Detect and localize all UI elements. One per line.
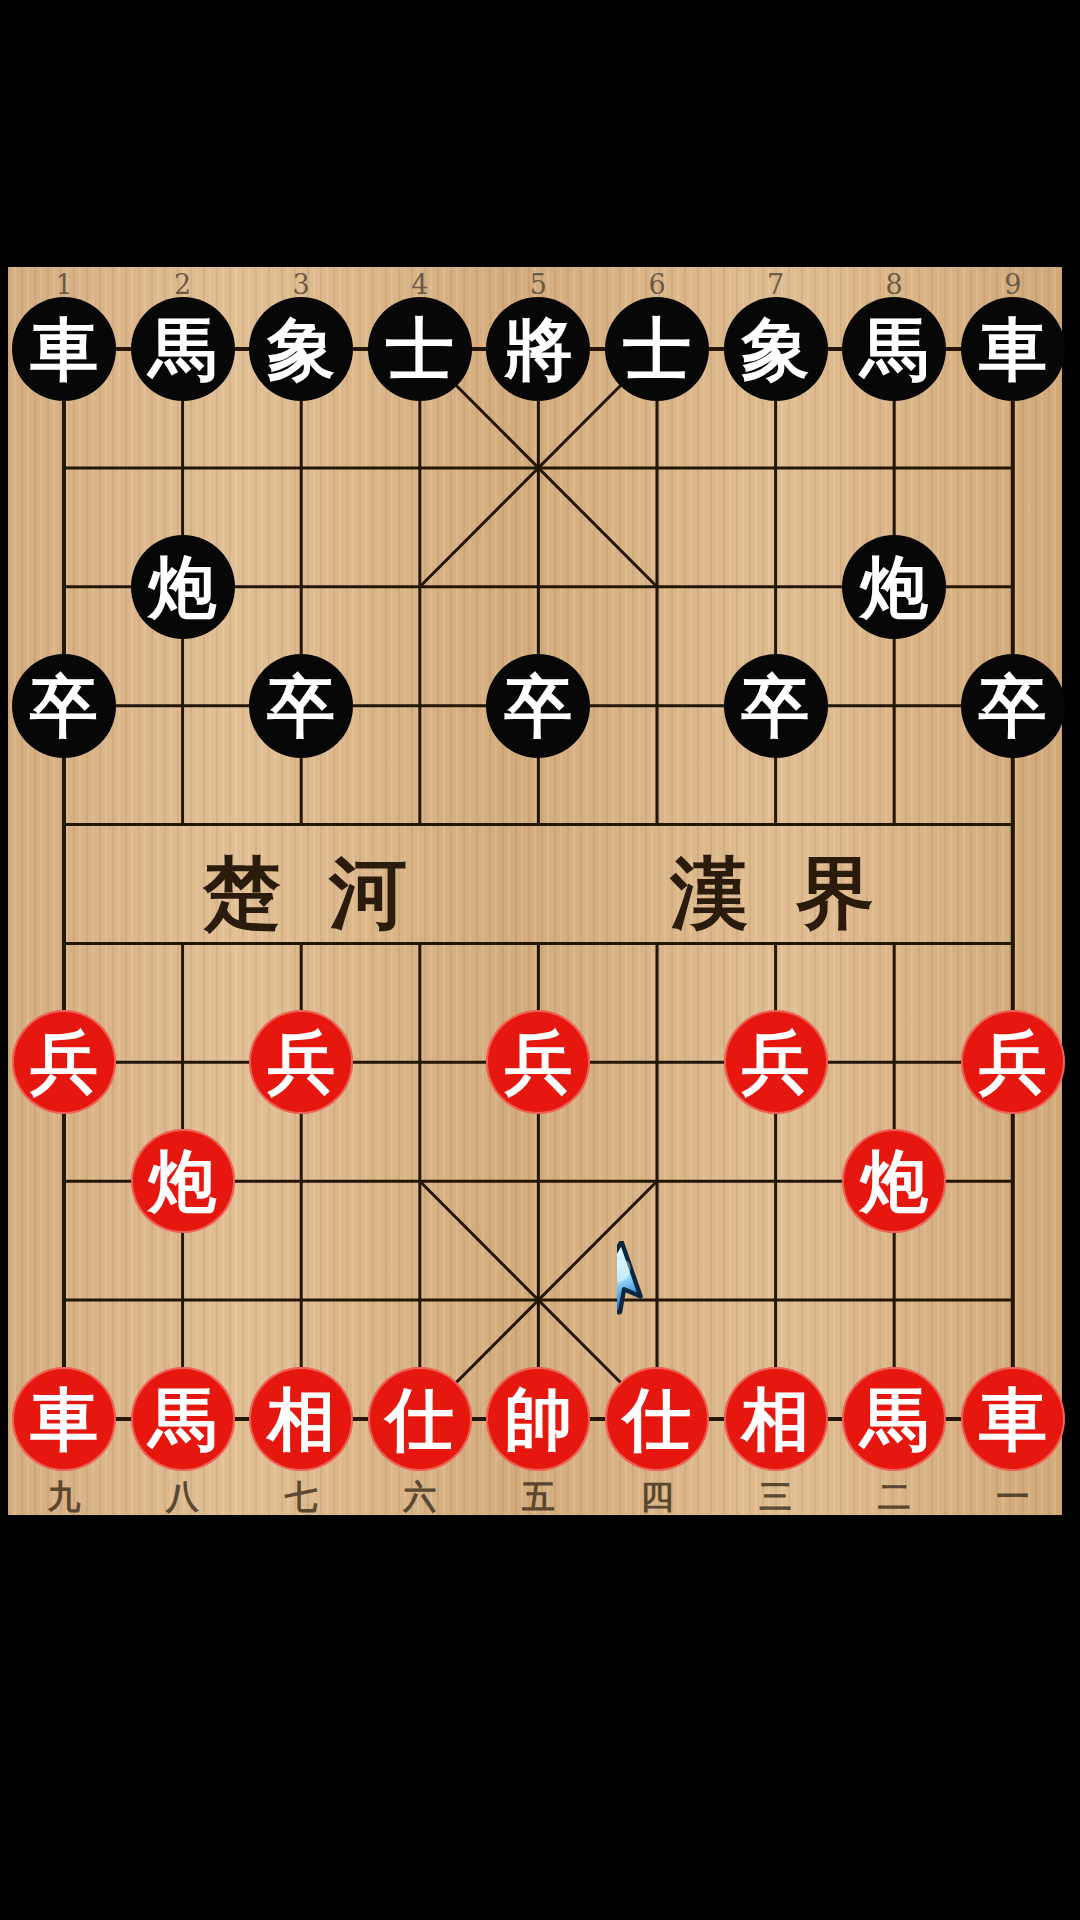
piece-red-兵-f9r7[interactable]: 兵 bbox=[961, 1010, 1065, 1114]
piece-black-卒-f9r4[interactable]: 卒 bbox=[961, 654, 1065, 758]
file-label-top-7: 7 bbox=[767, 270, 784, 300]
piece-black-炮-f2r3[interactable]: 炮 bbox=[131, 535, 235, 639]
piece-red-車-f9r10[interactable]: 車 bbox=[961, 1367, 1065, 1471]
file-label-top-9: 9 bbox=[1004, 270, 1021, 300]
piece-black-車-f9r1[interactable]: 車 bbox=[961, 297, 1065, 401]
file-label-bottom-7: 三 bbox=[759, 1479, 792, 1515]
app-screen: 123456789 九八七六五四三二一 楚河 漢界 車馬象士將士象馬車炮炮卒卒卒… bbox=[0, 0, 1080, 1920]
piece-black-士-f6r1[interactable]: 士 bbox=[605, 297, 709, 401]
file-label-bottom-2: 八 bbox=[166, 1479, 199, 1515]
river-label-left: 楚河 bbox=[203, 851, 455, 935]
file-label-bottom-3: 七 bbox=[285, 1479, 318, 1515]
file-label-top-8: 8 bbox=[886, 270, 903, 300]
piece-red-兵-f5r7[interactable]: 兵 bbox=[486, 1010, 590, 1114]
piece-red-馬-f2r10[interactable]: 馬 bbox=[131, 1367, 235, 1471]
piece-red-馬-f8r10[interactable]: 馬 bbox=[842, 1367, 946, 1471]
piece-red-仕-f6r10[interactable]: 仕 bbox=[605, 1367, 709, 1471]
piece-red-炮-f2r8[interactable]: 炮 bbox=[131, 1129, 235, 1233]
file-label-top-5: 5 bbox=[530, 270, 547, 300]
piece-red-兵-f7r7[interactable]: 兵 bbox=[724, 1010, 828, 1114]
file-label-top-4: 4 bbox=[411, 270, 428, 300]
file-label-top-1: 1 bbox=[55, 270, 72, 300]
file-label-bottom-6: 四 bbox=[641, 1479, 674, 1515]
river-label-right: 漢界 bbox=[670, 851, 922, 935]
piece-red-車-f1r10[interactable]: 車 bbox=[12, 1367, 116, 1471]
piece-red-炮-f8r8[interactable]: 炮 bbox=[842, 1129, 946, 1233]
file-label-top-2: 2 bbox=[174, 270, 191, 300]
piece-black-象-f3r1[interactable]: 象 bbox=[249, 297, 353, 401]
piece-black-馬-f8r1[interactable]: 馬 bbox=[842, 297, 946, 401]
file-label-bottom-9: 一 bbox=[996, 1479, 1029, 1515]
piece-red-相-f3r10[interactable]: 相 bbox=[249, 1367, 353, 1471]
file-label-bottom-5: 五 bbox=[522, 1479, 555, 1515]
file-label-bottom-1: 九 bbox=[48, 1479, 81, 1515]
piece-black-卒-f5r4[interactable]: 卒 bbox=[486, 654, 590, 758]
piece-black-馬-f2r1[interactable]: 馬 bbox=[131, 297, 235, 401]
piece-red-兵-f1r7[interactable]: 兵 bbox=[12, 1010, 116, 1114]
file-label-bottom-8: 二 bbox=[878, 1479, 911, 1515]
file-label-top-3: 3 bbox=[293, 270, 310, 300]
piece-red-兵-f3r7[interactable]: 兵 bbox=[249, 1010, 353, 1114]
file-label-top-6: 6 bbox=[648, 270, 665, 300]
piece-red-仕-f4r10[interactable]: 仕 bbox=[368, 1367, 472, 1471]
piece-black-卒-f1r4[interactable]: 卒 bbox=[12, 654, 116, 758]
piece-black-炮-f8r3[interactable]: 炮 bbox=[842, 535, 946, 639]
piece-black-士-f4r1[interactable]: 士 bbox=[368, 297, 472, 401]
piece-black-將-f5r1[interactable]: 將 bbox=[486, 297, 590, 401]
piece-black-車-f1r1[interactable]: 車 bbox=[12, 297, 116, 401]
piece-black-卒-f3r4[interactable]: 卒 bbox=[249, 654, 353, 758]
piece-black-象-f7r1[interactable]: 象 bbox=[724, 297, 828, 401]
piece-red-相-f7r10[interactable]: 相 bbox=[724, 1367, 828, 1471]
file-label-bottom-4: 六 bbox=[403, 1479, 436, 1515]
piece-black-卒-f7r4[interactable]: 卒 bbox=[724, 654, 828, 758]
xiangqi-board[interactable]: 123456789 九八七六五四三二一 楚河 漢界 車馬象士將士象馬車炮炮卒卒卒… bbox=[8, 267, 1062, 1515]
piece-red-帥-f5r10[interactable]: 帥 bbox=[486, 1367, 590, 1471]
